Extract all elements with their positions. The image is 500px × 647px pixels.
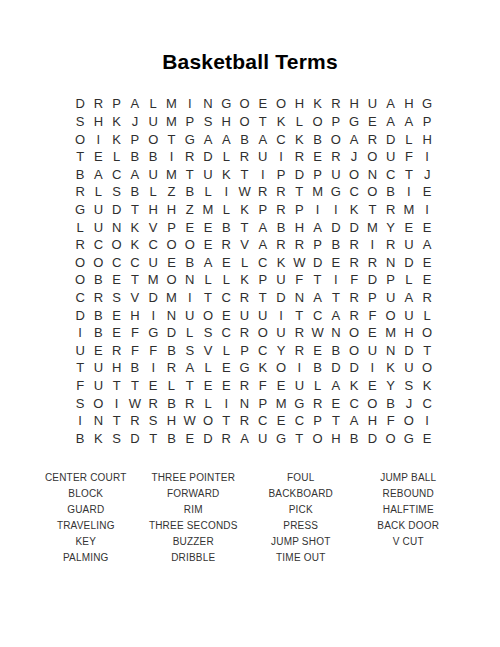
grid-cell-r3c11: A (254, 130, 272, 148)
grid-cell-r13c9: E (217, 306, 235, 324)
grid-cell-r1c17: U (363, 95, 381, 113)
grid-cell-r7c19: M (400, 201, 418, 219)
grid-cell-r8c7: E (181, 218, 199, 236)
grid-cell-r4c16: J (345, 148, 363, 166)
grid-cell-r20c4: D (126, 430, 144, 448)
grid-cell-r13c12: I (272, 306, 290, 324)
grid-cell-r6c15: G (327, 183, 345, 201)
grid-cell-r17c7: T (181, 377, 199, 395)
grid-cell-r17c17: E (363, 377, 381, 395)
grid-cell-r6c8: L (199, 183, 217, 201)
grid-cell-r8c19: E (400, 218, 418, 236)
grid-cell-r11c4: T (126, 271, 144, 289)
grid-cell-r1c8: N (199, 95, 217, 113)
grid-cell-r10c11: C (254, 253, 272, 271)
grid-cell-r8c12: B (272, 218, 290, 236)
grid-cell-r10c1: O (71, 253, 89, 271)
grid-cell-r12c20: R (418, 289, 436, 307)
grid-cell-r16c20: O (418, 359, 436, 377)
grid-cell-r12c18: U (382, 289, 400, 307)
grid-cell-r13c4: H (126, 306, 144, 324)
grid-cell-r18c16: C (345, 394, 363, 412)
grid-cell-r18c20: C (418, 394, 436, 412)
grid-cell-r4c15: R (327, 148, 345, 166)
grid-cell-r20c9: R (217, 430, 235, 448)
grid-cell-r18c14: R (308, 394, 326, 412)
grid-cell-r9c5: C (144, 236, 162, 254)
grid-cell-r13c8: O (199, 306, 217, 324)
grid-cell-r6c11: R (254, 183, 272, 201)
grid-cell-r16c15: D (327, 359, 345, 377)
grid-cell-r7c18: R (382, 201, 400, 219)
grid-cell-r9c3: O (108, 236, 126, 254)
grid-cell-r20c5: T (144, 430, 162, 448)
grid-cell-r4c6: I (162, 148, 180, 166)
grid-cell-r10c3: C (108, 253, 126, 271)
grid-cell-r19c4: R (126, 412, 144, 430)
grid-cell-r4c12: I (272, 148, 290, 166)
grid-cell-r2c11: T (254, 113, 272, 131)
grid-cell-r3c18: D (382, 130, 400, 148)
grid-cell-r1c5: L (144, 95, 162, 113)
grid-cell-r13c13: T (290, 306, 308, 324)
grid-cell-r9c14: P (308, 236, 326, 254)
grid-cell-r3c1: O (71, 130, 89, 148)
grid-cell-r17c4: T (126, 377, 144, 395)
grid-cell-r8c16: D (345, 218, 363, 236)
grid-cell-r4c19: F (400, 148, 418, 166)
grid-cell-r19c6: H (162, 412, 180, 430)
grid-cell-r5c9: K (217, 165, 235, 183)
grid-cell-r3c3: K (108, 130, 126, 148)
grid-cell-r5c4: A (126, 165, 144, 183)
grid-cell-r19c7: W (181, 412, 199, 430)
grid-cell-r5c16: O (345, 165, 363, 183)
grid-cell-r17c19: S (400, 377, 418, 395)
grid-cell-r1c19: H (400, 95, 418, 113)
grid-cell-r17c10: R (235, 377, 253, 395)
grid-cell-r19c16: A (345, 412, 363, 430)
word-list-item: V CUT (355, 534, 463, 550)
grid-cell-r11c19: L (400, 271, 418, 289)
grid-cell-r14c19: H (400, 324, 418, 342)
grid-cell-r11c7: N (181, 271, 199, 289)
grid-cell-r6c4: B (126, 183, 144, 201)
grid-cell-r17c16: K (345, 377, 363, 395)
grid-cell-r14c9: C (217, 324, 235, 342)
grid-cell-r14c3: E (108, 324, 126, 342)
grid-cell-r19c15: T (327, 412, 345, 430)
grid-cell-r6c3: S (108, 183, 126, 201)
grid-cell-r8c13: H (290, 218, 308, 236)
grid-cell-r10c6: E (162, 253, 180, 271)
grid-cell-r3c12: C (272, 130, 290, 148)
grid-cell-r10c20: E (418, 253, 436, 271)
grid-cell-r1c4: A (126, 95, 144, 113)
grid-cell-r18c12: M (272, 394, 290, 412)
grid-cell-r2c16: G (345, 113, 363, 131)
grid-cell-r13c15: A (327, 306, 345, 324)
grid-cell-r12c6: M (162, 289, 180, 307)
grid-cell-r20c20: E (418, 430, 436, 448)
grid-cell-r18c2: O (89, 394, 107, 412)
grid-cell-r6c18: B (382, 183, 400, 201)
grid-cell-r4c5: B (144, 148, 162, 166)
grid-cell-r1c13: H (290, 95, 308, 113)
grid-cell-r4c13: R (290, 148, 308, 166)
word-list-item: TIME OUT (247, 550, 355, 566)
grid-cell-r10c19: D (400, 253, 418, 271)
grid-cell-r15c18: N (382, 342, 400, 360)
grid-cell-r13c16: R (345, 306, 363, 324)
grid-cell-r11c3: E (108, 271, 126, 289)
grid-cell-r11c10: K (235, 271, 253, 289)
grid-cell-r12c14: A (308, 289, 326, 307)
grid-cell-r7c7: Z (181, 201, 199, 219)
grid-cell-r4c17: O (363, 148, 381, 166)
grid-cell-r11c20: E (418, 271, 436, 289)
grid-cell-r15c17: U (363, 342, 381, 360)
grid-cell-r9c9: R (217, 236, 235, 254)
grid-cell-r13c6: N (162, 306, 180, 324)
grid-cell-r3c5: O (144, 130, 162, 148)
grid-cell-r7c15: I (327, 201, 345, 219)
grid-cell-r8c2: U (89, 218, 107, 236)
grid-cell-r8c18: Y (382, 218, 400, 236)
grid-cell-r10c2: O (89, 253, 107, 271)
grid-cell-r20c16: B (345, 430, 363, 448)
grid-cell-r19c20: I (418, 412, 436, 430)
grid-cell-r3c16: A (345, 130, 363, 148)
grid-cell-r4c2: E (89, 148, 107, 166)
grid-cell-r14c6: D (162, 324, 180, 342)
grid-cell-r5c19: T (400, 165, 418, 183)
grid-cell-r1c6: M (162, 95, 180, 113)
grid-cell-r5c18: C (382, 165, 400, 183)
grid-cell-r8c5: V (144, 218, 162, 236)
grid-cell-r10c13: W (290, 253, 308, 271)
grid-cell-r14c11: O (254, 324, 272, 342)
grid-cell-r9c10: V (235, 236, 253, 254)
grid-cell-r3c8: A (199, 130, 217, 148)
grid-cell-r20c2: K (89, 430, 107, 448)
grid-cell-r4c11: U (254, 148, 272, 166)
grid-cell-r6c12: R (272, 183, 290, 201)
grid-cell-r8c20: E (418, 218, 436, 236)
grid-cell-r3c19: L (400, 130, 418, 148)
grid-cell-r7c12: R (272, 201, 290, 219)
grid-cell-r2c8: S (199, 113, 217, 131)
grid-cell-r15c11: C (254, 342, 272, 360)
grid-cell-r19c9: T (217, 412, 235, 430)
grid-cell-r12c11: T (254, 289, 272, 307)
word-search-grid: DRPALMINGOEOHKRHUAHGSHKJUMPSHOTKLOPGEAAP… (71, 95, 436, 447)
grid-cell-r7c17: T (363, 201, 381, 219)
grid-cell-r4c4: B (126, 148, 144, 166)
grid-cell-r5c11: I (254, 165, 272, 183)
grid-cell-r10c5: U (144, 253, 162, 271)
grid-cell-r5c5: U (144, 165, 162, 183)
grid-cell-r2c1: S (71, 113, 89, 131)
grid-cell-r1c16: H (345, 95, 363, 113)
grid-cell-r4c7: R (181, 148, 199, 166)
grid-cell-r8c6: P (162, 218, 180, 236)
grid-cell-r5c12: P (272, 165, 290, 183)
grid-cell-r1c20: G (418, 95, 436, 113)
grid-cell-r2c13: L (290, 113, 308, 131)
grid-cell-r11c5: M (144, 271, 162, 289)
grid-cell-r18c15: E (327, 394, 345, 412)
grid-cell-r5c14: P (308, 165, 326, 183)
grid-cell-r8c11: A (254, 218, 272, 236)
word-list-item: KEY (32, 534, 140, 550)
grid-cell-r8c15: D (327, 218, 345, 236)
grid-cell-r6c7: B (181, 183, 199, 201)
grid-cell-r15c7: S (181, 342, 199, 360)
grid-cell-r6c1: R (71, 183, 89, 201)
grid-cell-r20c14: O (308, 430, 326, 448)
grid-cell-r11c16: F (345, 271, 363, 289)
grid-cell-r15c8: V (199, 342, 217, 360)
grid-cell-r15c3: R (108, 342, 126, 360)
grid-cell-r19c1: I (71, 412, 89, 430)
grid-cell-r16c10: G (235, 359, 253, 377)
word-list-item: CENTER COURT (32, 470, 140, 486)
grid-cell-r3c2: I (89, 130, 107, 148)
word-list-item: JUMP SHOT (247, 534, 355, 550)
grid-cell-r13c14: C (308, 306, 326, 324)
grid-cell-r19c14: P (308, 412, 326, 430)
grid-cell-r1c12: O (272, 95, 290, 113)
grid-cell-r12c8: T (199, 289, 217, 307)
grid-cell-r11c13: F (290, 271, 308, 289)
word-list-column-4: JUMP BALLREBOUNDHALFTIMEBACK DOORV CUT (355, 470, 463, 566)
grid-cell-r13c18: O (382, 306, 400, 324)
grid-cell-r17c14: L (308, 377, 326, 395)
grid-cell-r6c19: I (400, 183, 418, 201)
grid-cell-r11c15: I (327, 271, 345, 289)
grid-cell-r14c1: I (71, 324, 89, 342)
grid-cell-r19c11: C (254, 412, 272, 430)
grid-cell-r10c4: C (126, 253, 144, 271)
grid-cell-r13c3: E (108, 306, 126, 324)
grid-cell-r14c15: N (327, 324, 345, 342)
grid-cell-r5c10: T (235, 165, 253, 183)
grid-cell-r14c14: W (308, 324, 326, 342)
grid-cell-r9c19: U (400, 236, 418, 254)
grid-cell-r3c6: T (162, 130, 180, 148)
grid-cell-r12c4: V (126, 289, 144, 307)
grid-cell-r9c13: R (290, 236, 308, 254)
grid-cell-r19c10: R (235, 412, 253, 430)
grid-cell-r20c19: G (400, 430, 418, 448)
grid-cell-r2c20: P (418, 113, 436, 131)
grid-cell-r15c1: U (71, 342, 89, 360)
word-list-item: PRESS (247, 518, 355, 534)
grid-cell-r5c1: B (71, 165, 89, 183)
grid-cell-r6c6: Z (162, 183, 180, 201)
grid-cell-r13c11: U (254, 306, 272, 324)
grid-cell-r5c3: C (108, 165, 126, 183)
grid-cell-r20c1: B (71, 430, 89, 448)
grid-cell-r9c2: C (89, 236, 107, 254)
grid-cell-r6c17: O (363, 183, 381, 201)
grid-cell-r10c9: E (217, 253, 235, 271)
word-list-item: PALMING (32, 550, 140, 566)
grid-cell-r11c1: O (71, 271, 89, 289)
grid-cell-r7c14: I (308, 201, 326, 219)
grid-cell-r7c9: L (217, 201, 235, 219)
grid-cell-r16c6: R (162, 359, 180, 377)
grid-cell-r7c1: G (71, 201, 89, 219)
grid-cell-r6c9: I (217, 183, 235, 201)
grid-cell-r6c2: L (89, 183, 107, 201)
word-list-column-2: THREE POINTERFORWARDRIMTHREE SECONDSBUZZ… (140, 470, 248, 566)
grid-cell-r10c18: N (382, 253, 400, 271)
grid-cell-r12c3: S (108, 289, 126, 307)
puzzle-title: Basketball Terms (0, 50, 500, 74)
grid-cell-r15c15: B (327, 342, 345, 360)
grid-cell-r12c9: C (217, 289, 235, 307)
grid-cell-r6c16: C (345, 183, 363, 201)
grid-cell-r14c8: S (199, 324, 217, 342)
grid-cell-r11c9: L (217, 271, 235, 289)
grid-cell-r8c10: T (235, 218, 253, 236)
grid-cell-r17c6: L (162, 377, 180, 395)
grid-cell-r1c2: R (89, 95, 107, 113)
grid-cell-r13c10: U (235, 306, 253, 324)
grid-cell-r19c19: O (400, 412, 418, 430)
grid-cell-r12c17: P (363, 289, 381, 307)
grid-cell-r8c9: B (217, 218, 235, 236)
grid-cell-r16c12: O (272, 359, 290, 377)
grid-cell-r3c7: G (181, 130, 199, 148)
grid-cell-r7c20: I (418, 201, 436, 219)
grid-cell-r15c5: F (144, 342, 162, 360)
grid-cell-r2c17: E (363, 113, 381, 131)
grid-cell-r12c12: D (272, 289, 290, 307)
grid-cell-r12c7: I (181, 289, 199, 307)
grid-cell-r16c8: L (199, 359, 217, 377)
grid-cell-r1c15: R (327, 95, 345, 113)
word-list-item: REBOUND (355, 486, 463, 502)
grid-cell-r8c3: N (108, 218, 126, 236)
grid-cell-r20c18: O (382, 430, 400, 448)
grid-cell-r5c15: U (327, 165, 345, 183)
grid-cell-r16c9: E (217, 359, 235, 377)
grid-cell-r20c11: U (254, 430, 272, 448)
grid-cell-r16c11: K (254, 359, 272, 377)
grid-cell-r6c14: M (308, 183, 326, 201)
grid-cell-r10c15: E (327, 253, 345, 271)
grid-cell-r10c17: R (363, 253, 381, 271)
grid-cell-r20c10: A (235, 430, 253, 448)
grid-cell-r18c5: R (144, 394, 162, 412)
grid-cell-r7c11: P (254, 201, 272, 219)
grid-cell-r17c5: E (144, 377, 162, 395)
grid-cell-r3c17: R (363, 130, 381, 148)
word-list-item: DRIBBLE (140, 550, 248, 566)
grid-cell-r10c7: B (181, 253, 199, 271)
grid-cell-r8c14: A (308, 218, 326, 236)
grid-cell-r10c10: L (235, 253, 253, 271)
grid-cell-r15c19: D (400, 342, 418, 360)
grid-cell-r19c18: F (382, 412, 400, 430)
grid-cell-r7c2: U (89, 201, 107, 219)
grid-cell-r16c5: I (144, 359, 162, 377)
grid-cell-r19c12: E (272, 412, 290, 430)
grid-cell-r3c14: B (308, 130, 326, 148)
grid-cell-r2c12: K (272, 113, 290, 131)
grid-cell-r9c16: R (345, 236, 363, 254)
grid-cell-r18c9: I (217, 394, 235, 412)
grid-cell-r9c18: R (382, 236, 400, 254)
grid-cell-r11c6: O (162, 271, 180, 289)
grid-cell-r4c20: I (418, 148, 436, 166)
grid-cell-r14c13: R (290, 324, 308, 342)
grid-cell-r16c4: B (126, 359, 144, 377)
grid-cell-r9c8: E (199, 236, 217, 254)
grid-cell-r2c4: J (126, 113, 144, 131)
grid-cell-r20c6: B (162, 430, 180, 448)
grid-cell-r14c16: O (345, 324, 363, 342)
grid-cell-r7c6: H (162, 201, 180, 219)
grid-cell-r14c18: M (382, 324, 400, 342)
grid-cell-r18c11: P (254, 394, 272, 412)
grid-cell-r12c1: C (71, 289, 89, 307)
grid-cell-r2c9: H (217, 113, 235, 131)
grid-cell-r4c18: U (382, 148, 400, 166)
grid-cell-r20c8: D (199, 430, 217, 448)
grid-cell-r14c4: F (126, 324, 144, 342)
grid-cell-r16c16: D (345, 359, 363, 377)
grid-cell-r15c13: R (290, 342, 308, 360)
grid-cell-r5c13: D (290, 165, 308, 183)
grid-cell-r17c18: Y (382, 377, 400, 395)
grid-cell-r2c19: A (400, 113, 418, 131)
grid-cell-r18c18: B (382, 394, 400, 412)
grid-cell-r1c7: I (181, 95, 199, 113)
grid-cell-r7c16: K (345, 201, 363, 219)
grid-cell-r7c8: M (199, 201, 217, 219)
grid-cell-r18c1: S (71, 394, 89, 412)
grid-cell-r18c13: G (290, 394, 308, 412)
grid-cell-r1c1: D (71, 95, 89, 113)
grid-cell-r9c11: A (254, 236, 272, 254)
word-list-item: BACK DOOR (355, 518, 463, 534)
grid-cell-r6c10: W (235, 183, 253, 201)
grid-cell-r3c4: P (126, 130, 144, 148)
grid-cell-r5c6: M (162, 165, 180, 183)
grid-cell-r2c10: O (235, 113, 253, 131)
grid-cell-r12c19: A (400, 289, 418, 307)
grid-cell-r12c15: T (327, 289, 345, 307)
grid-cell-r12c10: R (235, 289, 253, 307)
grid-cell-r20c7: E (181, 430, 199, 448)
grid-cell-r5c17: N (363, 165, 381, 183)
grid-cell-r5c7: T (181, 165, 199, 183)
word-list-item: FOUL (247, 470, 355, 486)
grid-cell-r17c2: U (89, 377, 107, 395)
grid-cell-r17c12: E (272, 377, 290, 395)
word-list-item: FORWARD (140, 486, 248, 502)
grid-cell-r15c20: T (418, 342, 436, 360)
grid-cell-r20c12: G (272, 430, 290, 448)
grid-cell-r11c14: T (308, 271, 326, 289)
grid-cell-r9c1: R (71, 236, 89, 254)
grid-cell-r3c15: O (327, 130, 345, 148)
grid-cell-r2c18: A (382, 113, 400, 131)
